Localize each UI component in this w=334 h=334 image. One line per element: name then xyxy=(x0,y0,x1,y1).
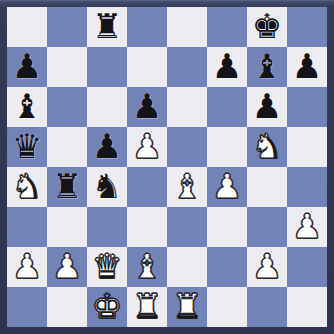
square-d4[interactable] xyxy=(127,167,167,207)
square-f1[interactable] xyxy=(207,287,247,327)
square-d7[interactable] xyxy=(127,47,167,87)
piece-white-knight-a4[interactable]: ♞ xyxy=(12,166,42,206)
square-c3[interactable] xyxy=(87,207,127,247)
piece-black-knight-c4[interactable]: ♞ xyxy=(92,166,122,206)
square-g3[interactable] xyxy=(247,207,287,247)
square-b1[interactable] xyxy=(47,287,87,327)
square-g4[interactable] xyxy=(247,167,287,207)
square-d3[interactable] xyxy=(127,207,167,247)
piece-white-pawn-a2[interactable]: ♟ xyxy=(12,246,42,286)
piece-white-rook-e1[interactable]: ♜ xyxy=(172,286,202,326)
board-frame: ♜♚♟♟♝♟♝♟♟♛♟♟♞♞♜♞♝♟♟♟♟♛♝♟♚♜♜ xyxy=(0,0,334,334)
piece-white-pawn-h3[interactable]: ♟ xyxy=(292,206,322,246)
square-c8[interactable]: ♜ xyxy=(87,7,127,47)
square-a3[interactable] xyxy=(7,207,47,247)
square-b4[interactable]: ♜ xyxy=(47,167,87,207)
square-c2[interactable]: ♛ xyxy=(87,247,127,287)
square-d5[interactable]: ♟ xyxy=(127,127,167,167)
square-a4[interactable]: ♞ xyxy=(7,167,47,207)
square-f6[interactable] xyxy=(207,87,247,127)
square-c1[interactable]: ♚ xyxy=(87,287,127,327)
square-h6[interactable] xyxy=(287,87,327,127)
square-e2[interactable] xyxy=(167,247,207,287)
piece-black-king-g8[interactable]: ♚ xyxy=(252,6,282,46)
piece-white-rook-d1[interactable]: ♜ xyxy=(132,286,162,326)
piece-black-rook-b4[interactable]: ♜ xyxy=(52,166,82,206)
piece-white-pawn-b2[interactable]: ♟ xyxy=(52,246,82,286)
square-g7[interactable]: ♝ xyxy=(247,47,287,87)
piece-white-bishop-e4[interactable]: ♝ xyxy=(172,166,202,206)
piece-white-queen-c2[interactable]: ♛ xyxy=(92,246,122,286)
piece-white-knight-g5[interactable]: ♞ xyxy=(252,126,282,166)
piece-white-bishop-d2[interactable]: ♝ xyxy=(132,246,162,286)
square-b8[interactable] xyxy=(47,7,87,47)
piece-white-pawn-d5[interactable]: ♟ xyxy=(132,126,162,166)
piece-white-king-c1[interactable]: ♚ xyxy=(92,286,122,326)
square-d8[interactable] xyxy=(127,7,167,47)
square-e4[interactable]: ♝ xyxy=(167,167,207,207)
square-h2[interactable] xyxy=(287,247,327,287)
square-b2[interactable]: ♟ xyxy=(47,247,87,287)
square-g8[interactable]: ♚ xyxy=(247,7,287,47)
square-a5[interactable]: ♛ xyxy=(7,127,47,167)
piece-black-bishop-g7[interactable]: ♝ xyxy=(252,46,282,86)
square-d1[interactable]: ♜ xyxy=(127,287,167,327)
piece-black-pawn-g6[interactable]: ♟ xyxy=(252,86,282,126)
square-e6[interactable] xyxy=(167,87,207,127)
square-b5[interactable] xyxy=(47,127,87,167)
square-f8[interactable] xyxy=(207,7,247,47)
piece-white-pawn-g2[interactable]: ♟ xyxy=(252,246,282,286)
square-h5[interactable] xyxy=(287,127,327,167)
square-f4[interactable]: ♟ xyxy=(207,167,247,207)
square-e8[interactable] xyxy=(167,7,207,47)
square-a8[interactable] xyxy=(7,7,47,47)
square-h8[interactable] xyxy=(287,7,327,47)
square-h4[interactable] xyxy=(287,167,327,207)
square-e3[interactable] xyxy=(167,207,207,247)
square-g2[interactable]: ♟ xyxy=(247,247,287,287)
square-g5[interactable]: ♞ xyxy=(247,127,287,167)
piece-black-pawn-a7[interactable]: ♟ xyxy=(12,46,42,86)
square-f3[interactable] xyxy=(207,207,247,247)
square-a2[interactable]: ♟ xyxy=(7,247,47,287)
piece-black-bishop-a6[interactable]: ♝ xyxy=(12,86,42,126)
square-h7[interactable]: ♟ xyxy=(287,47,327,87)
square-b6[interactable] xyxy=(47,87,87,127)
square-b3[interactable] xyxy=(47,207,87,247)
piece-black-pawn-h7[interactable]: ♟ xyxy=(292,46,322,86)
square-b7[interactable] xyxy=(47,47,87,87)
square-h1[interactable] xyxy=(287,287,327,327)
piece-black-rook-c8[interactable]: ♜ xyxy=(92,6,122,46)
square-f2[interactable] xyxy=(207,247,247,287)
piece-black-pawn-c5[interactable]: ♟ xyxy=(92,126,122,166)
square-c5[interactable]: ♟ xyxy=(87,127,127,167)
square-a6[interactable]: ♝ xyxy=(7,87,47,127)
square-h3[interactable]: ♟ xyxy=(287,207,327,247)
square-g1[interactable] xyxy=(247,287,287,327)
square-e5[interactable] xyxy=(167,127,207,167)
square-g6[interactable]: ♟ xyxy=(247,87,287,127)
square-a7[interactable]: ♟ xyxy=(7,47,47,87)
square-c4[interactable]: ♞ xyxy=(87,167,127,207)
piece-black-pawn-d6[interactable]: ♟ xyxy=(132,86,162,126)
piece-black-queen-a5[interactable]: ♛ xyxy=(12,126,42,166)
square-d6[interactable]: ♟ xyxy=(127,87,167,127)
square-c7[interactable] xyxy=(87,47,127,87)
square-c6[interactable] xyxy=(87,87,127,127)
chess-board: ♜♚♟♟♝♟♝♟♟♛♟♟♞♞♜♞♝♟♟♟♟♛♝♟♚♜♜ xyxy=(7,7,327,327)
piece-black-pawn-f7[interactable]: ♟ xyxy=(212,46,242,86)
square-d2[interactable]: ♝ xyxy=(127,247,167,287)
square-e1[interactable]: ♜ xyxy=(167,287,207,327)
square-f5[interactable] xyxy=(207,127,247,167)
square-a1[interactable] xyxy=(7,287,47,327)
piece-white-pawn-f4[interactable]: ♟ xyxy=(212,166,242,206)
square-e7[interactable] xyxy=(167,47,207,87)
square-f7[interactable]: ♟ xyxy=(207,47,247,87)
